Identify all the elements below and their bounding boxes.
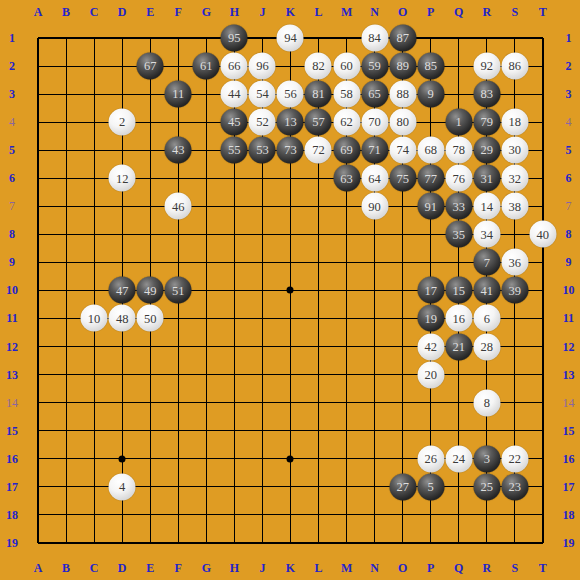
move-number: 28 bbox=[481, 340, 494, 353]
row-label-right: 18 bbox=[557, 501, 580, 529]
point-D5 bbox=[108, 136, 136, 164]
point-K7 bbox=[276, 192, 304, 220]
row-label-left: 2 bbox=[0, 52, 24, 80]
column-label-bottom: F bbox=[164, 557, 192, 580]
point-D3 bbox=[108, 80, 136, 108]
stone-white-move-40: 40 bbox=[529, 221, 556, 248]
move-number: 94 bbox=[284, 32, 297, 45]
point-H16 bbox=[220, 445, 248, 473]
row-label-right: 11 bbox=[557, 304, 580, 332]
point-N16 bbox=[361, 445, 389, 473]
stone-black-move-41: 41 bbox=[473, 277, 500, 304]
move-number: 63 bbox=[340, 172, 353, 185]
point-L6 bbox=[304, 164, 332, 192]
column-label-top: Q bbox=[445, 0, 473, 24]
point-B4 bbox=[52, 108, 80, 136]
stone-black-move-15: 15 bbox=[445, 277, 472, 304]
point-F15 bbox=[164, 417, 192, 445]
move-number: 6 bbox=[484, 312, 490, 325]
point-P18 bbox=[417, 501, 445, 529]
point-H4: 45 bbox=[220, 108, 248, 136]
stone-white-move-18: 18 bbox=[501, 109, 528, 136]
move-number: 65 bbox=[368, 88, 381, 101]
point-H7 bbox=[220, 192, 248, 220]
point-T4 bbox=[529, 108, 557, 136]
point-T19 bbox=[529, 529, 557, 557]
point-H10 bbox=[220, 276, 248, 304]
row-label-right: 17 bbox=[557, 473, 580, 501]
row-label-left: 15 bbox=[0, 417, 24, 445]
stone-black-move-91: 91 bbox=[417, 193, 444, 220]
stone-black-move-23: 23 bbox=[501, 473, 528, 500]
stone-black-move-17: 17 bbox=[417, 277, 444, 304]
stone-white-move-6: 6 bbox=[473, 305, 500, 332]
move-number: 96 bbox=[256, 60, 269, 73]
move-number: 33 bbox=[452, 200, 465, 213]
point-Q14 bbox=[445, 389, 473, 417]
move-number: 29 bbox=[481, 144, 494, 157]
stone-black-move-61: 61 bbox=[193, 53, 220, 80]
column-label-bottom: E bbox=[136, 557, 164, 580]
point-E13 bbox=[136, 361, 164, 389]
move-number: 73 bbox=[284, 144, 297, 157]
stone-white-move-28: 28 bbox=[473, 333, 500, 360]
point-L7 bbox=[304, 192, 332, 220]
point-H14 bbox=[220, 389, 248, 417]
column-label-bottom: O bbox=[389, 557, 417, 580]
stone-white-move-16: 16 bbox=[445, 305, 472, 332]
stone-white-move-84: 84 bbox=[361, 25, 388, 52]
point-B14 bbox=[52, 389, 80, 417]
point-F14 bbox=[164, 389, 192, 417]
point-P17: 5 bbox=[417, 473, 445, 501]
point-T17 bbox=[529, 473, 557, 501]
point-G13 bbox=[192, 361, 220, 389]
point-D9 bbox=[108, 248, 136, 276]
point-O13 bbox=[389, 361, 417, 389]
point-G15 bbox=[192, 417, 220, 445]
point-M11 bbox=[333, 304, 361, 332]
column-label-bottom: M bbox=[333, 557, 361, 580]
column-label-bottom: Q bbox=[445, 557, 473, 580]
point-K6 bbox=[276, 164, 304, 192]
point-H2: 66 bbox=[220, 52, 248, 80]
stone-black-move-57: 57 bbox=[305, 109, 332, 136]
point-F8 bbox=[164, 220, 192, 248]
move-number: 12 bbox=[116, 172, 129, 185]
point-G2: 61 bbox=[192, 52, 220, 80]
stone-black-move-9: 9 bbox=[417, 81, 444, 108]
point-B15 bbox=[52, 417, 80, 445]
point-F9 bbox=[164, 248, 192, 276]
point-Q4: 1 bbox=[445, 108, 473, 136]
point-R1 bbox=[473, 24, 501, 52]
move-number: 56 bbox=[284, 88, 297, 101]
row-label-right: 6 bbox=[557, 164, 580, 192]
move-number: 49 bbox=[144, 284, 157, 297]
point-H17 bbox=[220, 473, 248, 501]
point-J5: 53 bbox=[248, 136, 276, 164]
move-number: 35 bbox=[452, 228, 465, 241]
move-number: 67 bbox=[144, 60, 157, 73]
point-Q16: 24 bbox=[445, 445, 473, 473]
move-number: 9 bbox=[428, 88, 434, 101]
column-label-top: L bbox=[304, 0, 332, 24]
move-number: 86 bbox=[509, 60, 522, 73]
stone-black-move-29: 29 bbox=[473, 137, 500, 164]
point-E7 bbox=[136, 192, 164, 220]
stone-black-move-65: 65 bbox=[361, 81, 388, 108]
column-label-top: A bbox=[24, 0, 52, 24]
stone-white-move-36: 36 bbox=[501, 249, 528, 276]
stone-black-move-79: 79 bbox=[473, 109, 500, 136]
point-H6 bbox=[220, 164, 248, 192]
move-number: 72 bbox=[312, 144, 325, 157]
point-P19 bbox=[417, 529, 445, 557]
point-E1 bbox=[136, 24, 164, 52]
point-C2 bbox=[80, 52, 108, 80]
point-B19 bbox=[52, 529, 80, 557]
stone-black-move-25: 25 bbox=[473, 473, 500, 500]
move-number: 54 bbox=[256, 88, 269, 101]
move-number: 92 bbox=[481, 60, 494, 73]
stone-white-move-96: 96 bbox=[249, 53, 276, 80]
move-number: 70 bbox=[368, 116, 381, 129]
stone-white-move-74: 74 bbox=[389, 137, 416, 164]
point-K11 bbox=[276, 304, 304, 332]
point-G10 bbox=[192, 276, 220, 304]
row-label-right: 7 bbox=[557, 192, 580, 220]
row-label-left: 4 bbox=[0, 108, 24, 136]
point-A4 bbox=[24, 108, 52, 136]
point-Q5: 78 bbox=[445, 136, 473, 164]
point-K19 bbox=[276, 529, 304, 557]
point-K8 bbox=[276, 220, 304, 248]
point-D1 bbox=[108, 24, 136, 52]
point-E11: 50 bbox=[136, 304, 164, 332]
point-N11 bbox=[361, 304, 389, 332]
point-T2 bbox=[529, 52, 557, 80]
point-D16 bbox=[108, 445, 136, 473]
move-number: 41 bbox=[481, 284, 494, 297]
move-number: 20 bbox=[424, 368, 437, 381]
stone-white-move-66: 66 bbox=[221, 53, 248, 80]
corner-spacer bbox=[0, 557, 24, 580]
column-label-top: P bbox=[417, 0, 445, 24]
point-L1 bbox=[304, 24, 332, 52]
stone-black-move-7: 7 bbox=[473, 249, 500, 276]
point-C1 bbox=[80, 24, 108, 52]
point-D10: 47 bbox=[108, 276, 136, 304]
point-K18 bbox=[276, 501, 304, 529]
move-number: 21 bbox=[452, 340, 465, 353]
point-E5 bbox=[136, 136, 164, 164]
point-C9 bbox=[80, 248, 108, 276]
point-G11 bbox=[192, 304, 220, 332]
point-O15 bbox=[389, 417, 417, 445]
point-R14: 8 bbox=[473, 389, 501, 417]
point-H18 bbox=[220, 501, 248, 529]
point-O14 bbox=[389, 389, 417, 417]
point-C18 bbox=[80, 501, 108, 529]
point-J3: 54 bbox=[248, 80, 276, 108]
point-K5: 73 bbox=[276, 136, 304, 164]
point-S3 bbox=[501, 80, 529, 108]
point-E19 bbox=[136, 529, 164, 557]
point-P1 bbox=[417, 24, 445, 52]
row-label-right: 9 bbox=[557, 248, 580, 276]
stone-white-move-52: 52 bbox=[249, 109, 276, 136]
point-H15 bbox=[220, 417, 248, 445]
column-label-bottom: B bbox=[52, 557, 80, 580]
point-L17 bbox=[304, 473, 332, 501]
point-O17: 27 bbox=[389, 473, 417, 501]
point-F17 bbox=[164, 473, 192, 501]
point-G7 bbox=[192, 192, 220, 220]
move-number: 55 bbox=[228, 144, 241, 157]
point-R2: 92 bbox=[473, 52, 501, 80]
point-M3: 58 bbox=[333, 80, 361, 108]
point-C13 bbox=[80, 361, 108, 389]
point-T6 bbox=[529, 164, 557, 192]
point-Q8: 35 bbox=[445, 220, 473, 248]
point-T8: 40 bbox=[529, 220, 557, 248]
point-H12 bbox=[220, 333, 248, 361]
move-number: 68 bbox=[424, 144, 437, 157]
point-R12: 28 bbox=[473, 333, 501, 361]
point-E2: 67 bbox=[136, 52, 164, 80]
point-T11 bbox=[529, 304, 557, 332]
point-O12 bbox=[389, 333, 417, 361]
point-T10 bbox=[529, 276, 557, 304]
point-D19 bbox=[108, 529, 136, 557]
point-T3 bbox=[529, 80, 557, 108]
point-B11 bbox=[52, 304, 80, 332]
point-S19 bbox=[501, 529, 529, 557]
move-number: 43 bbox=[172, 144, 185, 157]
stone-white-move-14: 14 bbox=[473, 193, 500, 220]
point-A12 bbox=[24, 333, 52, 361]
stone-white-move-82: 82 bbox=[305, 53, 332, 80]
move-number: 79 bbox=[481, 116, 494, 129]
point-N7: 90 bbox=[361, 192, 389, 220]
point-T12 bbox=[529, 333, 557, 361]
point-T7 bbox=[529, 192, 557, 220]
move-number: 30 bbox=[509, 144, 522, 157]
stone-black-move-59: 59 bbox=[361, 53, 388, 80]
point-G14 bbox=[192, 389, 220, 417]
point-A5 bbox=[24, 136, 52, 164]
point-M17 bbox=[333, 473, 361, 501]
point-Q13 bbox=[445, 361, 473, 389]
move-number: 89 bbox=[396, 60, 409, 73]
move-number: 2 bbox=[119, 116, 125, 129]
row-label-left: 18 bbox=[0, 501, 24, 529]
point-M12 bbox=[333, 333, 361, 361]
point-E18 bbox=[136, 501, 164, 529]
stone-white-move-54: 54 bbox=[249, 81, 276, 108]
point-J2: 96 bbox=[248, 52, 276, 80]
point-M1 bbox=[333, 24, 361, 52]
point-Q9 bbox=[445, 248, 473, 276]
move-number: 62 bbox=[340, 116, 353, 129]
column-label-bottom: G bbox=[192, 557, 220, 580]
point-A9 bbox=[24, 248, 52, 276]
point-H3: 44 bbox=[220, 80, 248, 108]
move-number: 31 bbox=[481, 172, 494, 185]
move-number: 1 bbox=[456, 116, 462, 129]
move-number: 74 bbox=[396, 144, 409, 157]
point-O9 bbox=[389, 248, 417, 276]
point-J11 bbox=[248, 304, 276, 332]
point-L2: 82 bbox=[304, 52, 332, 80]
point-N8 bbox=[361, 220, 389, 248]
stone-black-move-35: 35 bbox=[445, 221, 472, 248]
point-G6 bbox=[192, 164, 220, 192]
point-K17 bbox=[276, 473, 304, 501]
stone-black-move-47: 47 bbox=[109, 277, 136, 304]
point-D2 bbox=[108, 52, 136, 80]
point-C4 bbox=[80, 108, 108, 136]
point-P3: 9 bbox=[417, 80, 445, 108]
point-Q17 bbox=[445, 473, 473, 501]
point-R8: 34 bbox=[473, 220, 501, 248]
point-A15 bbox=[24, 417, 52, 445]
stone-white-move-30: 30 bbox=[501, 137, 528, 164]
point-R4: 79 bbox=[473, 108, 501, 136]
point-D6: 12 bbox=[108, 164, 136, 192]
point-A7 bbox=[24, 192, 52, 220]
point-E8 bbox=[136, 220, 164, 248]
point-B2 bbox=[52, 52, 80, 80]
point-G18 bbox=[192, 501, 220, 529]
point-A13 bbox=[24, 361, 52, 389]
move-number: 83 bbox=[481, 88, 494, 101]
point-Q3 bbox=[445, 80, 473, 108]
point-C17 bbox=[80, 473, 108, 501]
stone-black-move-21: 21 bbox=[445, 333, 472, 360]
move-number: 90 bbox=[368, 200, 381, 213]
row-label-left: 12 bbox=[0, 333, 24, 361]
move-number: 91 bbox=[424, 200, 437, 213]
point-E9 bbox=[136, 248, 164, 276]
point-S7: 38 bbox=[501, 192, 529, 220]
point-S12 bbox=[501, 333, 529, 361]
row-label-left: 16 bbox=[0, 445, 24, 473]
point-P2: 85 bbox=[417, 52, 445, 80]
stone-white-move-62: 62 bbox=[333, 109, 360, 136]
stone-white-move-80: 80 bbox=[389, 109, 416, 136]
point-T18 bbox=[529, 501, 557, 529]
point-K13 bbox=[276, 361, 304, 389]
point-L19 bbox=[304, 529, 332, 557]
point-D13 bbox=[108, 361, 136, 389]
point-O16 bbox=[389, 445, 417, 473]
point-O18 bbox=[389, 501, 417, 529]
stone-black-move-73: 73 bbox=[277, 137, 304, 164]
point-R13 bbox=[473, 361, 501, 389]
move-number: 64 bbox=[368, 172, 381, 185]
point-F3: 11 bbox=[164, 80, 192, 108]
point-K12 bbox=[276, 333, 304, 361]
move-number: 10 bbox=[88, 312, 101, 325]
point-C8 bbox=[80, 220, 108, 248]
point-Q15 bbox=[445, 417, 473, 445]
point-J12 bbox=[248, 333, 276, 361]
point-M2: 60 bbox=[333, 52, 361, 80]
point-B1 bbox=[52, 24, 80, 52]
point-T14 bbox=[529, 389, 557, 417]
point-D4: 2 bbox=[108, 108, 136, 136]
point-R3: 83 bbox=[473, 80, 501, 108]
point-S17: 23 bbox=[501, 473, 529, 501]
point-C19 bbox=[80, 529, 108, 557]
point-P8 bbox=[417, 220, 445, 248]
point-T5 bbox=[529, 136, 557, 164]
point-L4: 57 bbox=[304, 108, 332, 136]
point-A16 bbox=[24, 445, 52, 473]
column-label-bottom: D bbox=[108, 557, 136, 580]
point-S10: 39 bbox=[501, 276, 529, 304]
point-M15 bbox=[333, 417, 361, 445]
point-K10 bbox=[276, 276, 304, 304]
stone-black-move-89: 89 bbox=[389, 53, 416, 80]
point-P4 bbox=[417, 108, 445, 136]
stone-white-move-48: 48 bbox=[109, 305, 136, 332]
point-L9 bbox=[304, 248, 332, 276]
move-number: 60 bbox=[340, 60, 353, 73]
point-J7 bbox=[248, 192, 276, 220]
point-G3 bbox=[192, 80, 220, 108]
column-label-top: S bbox=[501, 0, 529, 24]
point-N15 bbox=[361, 417, 389, 445]
point-O1: 87 bbox=[389, 24, 417, 52]
point-M7 bbox=[333, 192, 361, 220]
point-L12 bbox=[304, 333, 332, 361]
point-L18 bbox=[304, 501, 332, 529]
row-label-right: 12 bbox=[557, 333, 580, 361]
column-label-top: E bbox=[136, 0, 164, 24]
stone-white-move-38: 38 bbox=[501, 193, 528, 220]
point-H1: 95 bbox=[220, 24, 248, 52]
move-number: 59 bbox=[368, 60, 381, 73]
stone-black-move-49: 49 bbox=[137, 277, 164, 304]
row-label-left: 11 bbox=[0, 304, 24, 332]
column-label-top: B bbox=[52, 0, 80, 24]
point-M6: 63 bbox=[333, 164, 361, 192]
point-P7: 91 bbox=[417, 192, 445, 220]
point-R11: 6 bbox=[473, 304, 501, 332]
point-B5 bbox=[52, 136, 80, 164]
point-R16: 3 bbox=[473, 445, 501, 473]
point-S18 bbox=[501, 501, 529, 529]
stone-white-move-86: 86 bbox=[501, 53, 528, 80]
stone-white-move-10: 10 bbox=[81, 305, 108, 332]
point-L10 bbox=[304, 276, 332, 304]
point-S11 bbox=[501, 304, 529, 332]
point-P6: 77 bbox=[417, 164, 445, 192]
move-number: 24 bbox=[452, 452, 465, 465]
point-F12 bbox=[164, 333, 192, 361]
point-N17 bbox=[361, 473, 389, 501]
point-J4: 52 bbox=[248, 108, 276, 136]
point-P5: 68 bbox=[417, 136, 445, 164]
point-F18 bbox=[164, 501, 192, 529]
point-N6: 64 bbox=[361, 164, 389, 192]
point-J16 bbox=[248, 445, 276, 473]
point-S15 bbox=[501, 417, 529, 445]
stone-black-move-3: 3 bbox=[473, 445, 500, 472]
